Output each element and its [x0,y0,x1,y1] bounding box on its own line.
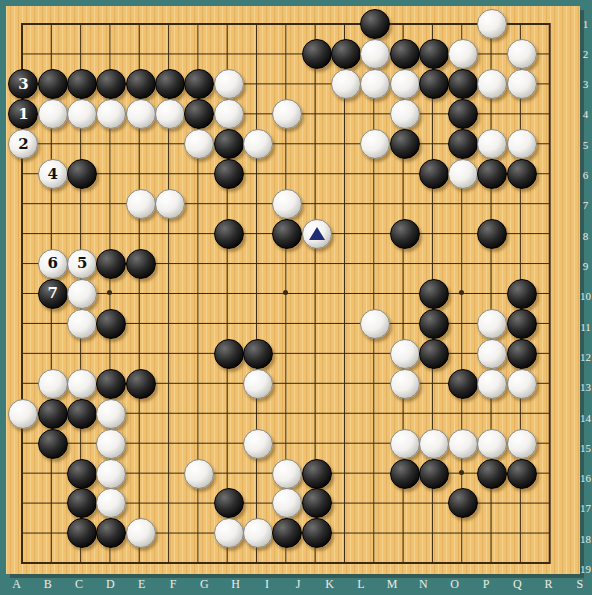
board-point[interactable] [359,68,388,98]
board-point[interactable] [417,38,446,68]
board-point[interactable] [505,158,534,188]
board-point[interactable] [212,517,241,547]
board-point[interactable] [534,9,563,39]
board-point[interactable] [417,158,446,188]
board-point[interactable] [7,278,36,308]
board-point[interactable] [212,158,241,188]
board-point[interactable] [329,458,358,488]
board-point[interactable] [212,68,241,98]
board-point[interactable] [329,368,358,398]
board-point[interactable] [95,218,124,248]
board-point[interactable] [534,547,563,577]
board-point[interactable] [183,458,212,488]
board-point[interactable] [7,428,36,458]
board-point[interactable] [183,488,212,518]
board-point[interactable] [476,398,505,428]
board-point[interactable] [36,9,65,39]
board-point[interactable] [153,517,182,547]
board-point[interactable] [447,188,476,218]
board-point[interactable] [476,158,505,188]
board-point[interactable] [476,128,505,158]
board-point[interactable] [447,308,476,338]
board-point[interactable] [359,398,388,428]
board-point[interactable] [476,218,505,248]
board-point[interactable] [271,9,300,39]
board-point[interactable] [534,98,563,128]
board-point[interactable] [36,517,65,547]
board-point[interactable] [534,188,563,218]
board-point[interactable]: 6 [36,248,65,278]
board-point[interactable] [534,308,563,338]
board-point[interactable] [476,248,505,278]
board-point[interactable] [329,428,358,458]
board-point[interactable] [7,368,36,398]
board-point[interactable] [153,68,182,98]
board-point[interactable] [476,98,505,128]
board-point[interactable] [153,278,182,308]
board-point[interactable] [417,248,446,278]
board-point[interactable] [36,488,65,518]
board-point[interactable] [7,488,36,518]
board-point[interactable] [271,517,300,547]
board-point[interactable] [7,38,36,68]
board-point[interactable] [534,158,563,188]
board-point[interactable] [36,458,65,488]
board-point[interactable] [534,398,563,428]
board-point[interactable] [124,68,153,98]
board-point[interactable] [447,517,476,547]
board-point[interactable] [417,218,446,248]
board-point[interactable] [329,398,358,428]
board-point[interactable] [359,128,388,158]
board-point[interactable] [124,158,153,188]
board-point[interactable] [329,9,358,39]
board-point[interactable] [124,128,153,158]
board-point[interactable] [212,128,241,158]
board-point[interactable] [183,128,212,158]
board-point[interactable] [417,98,446,128]
board-point[interactable] [388,428,417,458]
board-point[interactable] [417,278,446,308]
board-point[interactable]: 5 [65,248,94,278]
board-point[interactable] [300,428,329,458]
board-point[interactable] [212,218,241,248]
board-point[interactable] [241,188,270,218]
board-point[interactable] [447,158,476,188]
board-point[interactable] [153,188,182,218]
board-point[interactable] [95,188,124,218]
board-point[interactable] [95,368,124,398]
board-point[interactable] [505,68,534,98]
board-point[interactable] [329,517,358,547]
board-point[interactable] [36,428,65,458]
board-point[interactable] [476,517,505,547]
board-point[interactable] [36,128,65,158]
board-point[interactable] [417,547,446,577]
board-point[interactable] [65,98,94,128]
board-point[interactable] [388,98,417,128]
board-point[interactable] [505,38,534,68]
board-point[interactable] [329,158,358,188]
board-point[interactable] [329,188,358,218]
board-point[interactable] [183,338,212,368]
board-point[interactable] [36,338,65,368]
board-point[interactable] [183,218,212,248]
board-point[interactable] [183,368,212,398]
board-point[interactable] [65,158,94,188]
board-point[interactable] [271,188,300,218]
board-point[interactable] [271,398,300,428]
board-point[interactable] [359,188,388,218]
board-point[interactable] [300,98,329,128]
board-point[interactable] [329,547,358,577]
board-point[interactable] [534,488,563,518]
board-point[interactable] [417,68,446,98]
board-point[interactable] [7,218,36,248]
board-point[interactable] [153,428,182,458]
board-point[interactable] [95,488,124,518]
board-point[interactable]: 1 [7,98,36,128]
board-point[interactable] [505,488,534,518]
board-point[interactable] [153,248,182,278]
board-point[interactable] [447,398,476,428]
board-point[interactable] [241,9,270,39]
board-point[interactable] [476,278,505,308]
board-point[interactable] [65,398,94,428]
board-point[interactable] [359,158,388,188]
board-point[interactable] [241,68,270,98]
board-point[interactable] [300,338,329,368]
board-point[interactable] [505,278,534,308]
board-point[interactable] [447,98,476,128]
board-point[interactable] [300,188,329,218]
board-point[interactable] [95,517,124,547]
board-point[interactable] [241,158,270,188]
board-point[interactable] [65,68,94,98]
board-point[interactable] [447,428,476,458]
board-point[interactable] [241,428,270,458]
board-point[interactable] [36,68,65,98]
board-point[interactable] [388,278,417,308]
board-point[interactable] [417,338,446,368]
board-point[interactable] [153,458,182,488]
board-point[interactable] [447,338,476,368]
board-point[interactable] [417,398,446,428]
board-point[interactable] [417,368,446,398]
board-point[interactable] [65,517,94,547]
board-point[interactable] [329,218,358,248]
board-point[interactable] [95,38,124,68]
board-point[interactable] [359,517,388,547]
board-point[interactable] [329,128,358,158]
board-point[interactable] [447,458,476,488]
board-point[interactable] [65,338,94,368]
board-point[interactable] [124,188,153,218]
board-point[interactable] [476,188,505,218]
board-point[interactable] [359,278,388,308]
board-point[interactable] [241,38,270,68]
board-point[interactable] [417,308,446,338]
board-point[interactable] [505,368,534,398]
board-point[interactable] [183,278,212,308]
board-point[interactable] [183,517,212,547]
board-point[interactable] [476,338,505,368]
board-point[interactable] [212,308,241,338]
board-point[interactable] [153,158,182,188]
board-point[interactable] [476,38,505,68]
board-point[interactable] [124,398,153,428]
board-point[interactable] [388,248,417,278]
board-point[interactable] [7,338,36,368]
board-point[interactable] [7,458,36,488]
board-point[interactable] [241,278,270,308]
board-point[interactable] [212,38,241,68]
board-point[interactable] [124,338,153,368]
board-point[interactable] [36,308,65,338]
board-point[interactable] [153,9,182,39]
board-point[interactable] [505,248,534,278]
board-point[interactable] [271,128,300,158]
board-point[interactable] [417,428,446,458]
board-point[interactable] [300,458,329,488]
board-point[interactable] [95,248,124,278]
board-point[interactable] [388,488,417,518]
board-point[interactable]: 2 [7,128,36,158]
board-point[interactable] [534,38,563,68]
board-point[interactable] [359,98,388,128]
board-point[interactable] [153,398,182,428]
board-point[interactable] [183,188,212,218]
board-point[interactable] [7,547,36,577]
board-point[interactable] [124,9,153,39]
board-point[interactable] [7,188,36,218]
board-point[interactable] [476,368,505,398]
board-point[interactable] [271,68,300,98]
board-point[interactable] [183,38,212,68]
board-point[interactable] [7,158,36,188]
board-point[interactable] [65,9,94,39]
board-point[interactable] [359,488,388,518]
board-point[interactable] [183,428,212,458]
board-point[interactable] [65,218,94,248]
board-point[interactable] [212,488,241,518]
board-point[interactable] [300,308,329,338]
board-point[interactable] [271,547,300,577]
board-point[interactable] [124,38,153,68]
board-point[interactable]: 3 [7,68,36,98]
board-point[interactable] [95,428,124,458]
board-point[interactable] [153,38,182,68]
board-point[interactable] [476,458,505,488]
board-point[interactable] [534,428,563,458]
board-point[interactable] [476,488,505,518]
board-point[interactable]: 4 [36,158,65,188]
board-point[interactable] [505,458,534,488]
board-point[interactable] [388,368,417,398]
board-point[interactable] [329,68,358,98]
board-point[interactable] [447,38,476,68]
board-point[interactable] [388,398,417,428]
board-point[interactable] [300,547,329,577]
board-point[interactable] [212,368,241,398]
board-point[interactable] [212,428,241,458]
board-point[interactable] [476,9,505,39]
board-point[interactable] [359,547,388,577]
board-point[interactable] [300,248,329,278]
board-point[interactable] [7,248,36,278]
board-point[interactable] [359,338,388,368]
board-point[interactable] [300,517,329,547]
board-point[interactable] [505,188,534,218]
board-point[interactable] [417,9,446,39]
board-point[interactable] [65,188,94,218]
board-point[interactable] [447,368,476,398]
board-point[interactable] [183,9,212,39]
board-point[interactable] [505,98,534,128]
board-point[interactable] [153,368,182,398]
board-point[interactable] [300,9,329,39]
board-point[interactable] [212,9,241,39]
board-point[interactable] [534,517,563,547]
board-point[interactable] [153,218,182,248]
board-point[interactable] [212,398,241,428]
board-point[interactable] [534,338,563,368]
board-point[interactable] [300,218,329,248]
board-point[interactable] [300,278,329,308]
board-point[interactable] [183,248,212,278]
board-point[interactable] [359,9,388,39]
board-point[interactable] [388,338,417,368]
board-point[interactable] [329,278,358,308]
board-point[interactable] [359,38,388,68]
board-point[interactable] [212,248,241,278]
board-point[interactable] [271,98,300,128]
board-point[interactable] [534,68,563,98]
board-point[interactable] [271,428,300,458]
board-point[interactable] [534,278,563,308]
board-point[interactable] [241,458,270,488]
board-point[interactable] [95,68,124,98]
board-point[interactable] [329,98,358,128]
board-point[interactable] [95,278,124,308]
board-point[interactable] [95,547,124,577]
board-point[interactable] [241,368,270,398]
board-point[interactable] [95,398,124,428]
board-point[interactable] [505,308,534,338]
board-point[interactable] [447,547,476,577]
board-point[interactable] [476,428,505,458]
board-point[interactable] [329,308,358,338]
board-point[interactable] [183,398,212,428]
board-point[interactable] [183,308,212,338]
board-point[interactable] [388,218,417,248]
board-point[interactable] [183,158,212,188]
board-point[interactable] [153,547,182,577]
board-point[interactable] [300,158,329,188]
board-point[interactable] [388,9,417,39]
board-point[interactable] [36,188,65,218]
board-point[interactable] [124,458,153,488]
board-point[interactable] [95,158,124,188]
board-point[interactable] [241,488,270,518]
board-point[interactable] [447,218,476,248]
board-point[interactable] [271,218,300,248]
board-point[interactable] [417,458,446,488]
board-point[interactable] [95,9,124,39]
board-point[interactable] [271,308,300,338]
board-point[interactable] [241,338,270,368]
board-point[interactable] [447,68,476,98]
board-point[interactable] [359,368,388,398]
board-point[interactable] [417,488,446,518]
board-point[interactable] [241,398,270,428]
board-point[interactable] [505,398,534,428]
board-point[interactable] [36,98,65,128]
board-point[interactable] [447,128,476,158]
board-point[interactable] [183,68,212,98]
board-point[interactable] [124,248,153,278]
board-point[interactable] [271,458,300,488]
board-point[interactable] [65,428,94,458]
board-point[interactable] [65,547,94,577]
board-point[interactable] [329,338,358,368]
board-point[interactable] [95,98,124,128]
board-point[interactable] [241,248,270,278]
board-point[interactable] [7,308,36,338]
board-point[interactable] [36,38,65,68]
board-point[interactable] [447,278,476,308]
board-point[interactable] [241,547,270,577]
board-point[interactable] [212,188,241,218]
board-point[interactable] [388,158,417,188]
board-point[interactable] [124,218,153,248]
board-point[interactable] [388,547,417,577]
board-point[interactable] [300,398,329,428]
board-point[interactable] [505,218,534,248]
board-point[interactable] [329,248,358,278]
board-point[interactable] [124,308,153,338]
board-point[interactable] [476,308,505,338]
board-point[interactable] [271,278,300,308]
board-point[interactable] [534,368,563,398]
board-point[interactable] [153,488,182,518]
board-point[interactable] [359,308,388,338]
board-point[interactable] [65,458,94,488]
board-point[interactable] [36,218,65,248]
board-point[interactable] [329,38,358,68]
board-point[interactable] [271,368,300,398]
board-point[interactable] [153,338,182,368]
board-point[interactable] [359,428,388,458]
board-point[interactable] [505,517,534,547]
board-point[interactable] [212,338,241,368]
board-point[interactable] [36,398,65,428]
board-point[interactable] [505,338,534,368]
board-point[interactable] [183,547,212,577]
board-point[interactable] [505,9,534,39]
board-point[interactable] [65,488,94,518]
board-point[interactable] [300,68,329,98]
board-point[interactable] [388,517,417,547]
board-point[interactable] [241,98,270,128]
board-point[interactable] [271,488,300,518]
board-point[interactable] [65,38,94,68]
board-point[interactable] [505,128,534,158]
board-point[interactable] [300,38,329,68]
board-point[interactable] [124,547,153,577]
board-point[interactable] [300,368,329,398]
board-point[interactable] [534,128,563,158]
